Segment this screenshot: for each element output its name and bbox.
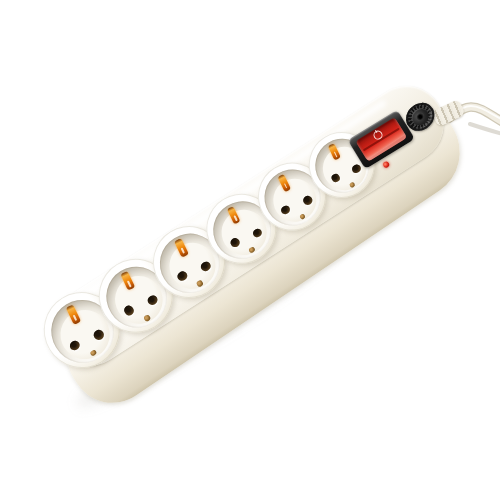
breaker-core: [408, 105, 433, 129]
cord-shadow: [470, 124, 500, 135]
product-photo-canvas: [0, 0, 500, 500]
